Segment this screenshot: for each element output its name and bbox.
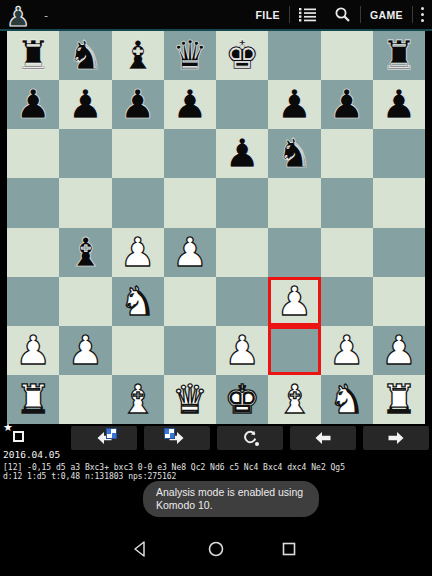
square-d2[interactable] (164, 326, 216, 375)
next-game-button[interactable] (144, 426, 210, 450)
black-king: ♚ (224, 31, 260, 80)
square-d7[interactable]: ♟ (164, 80, 216, 129)
square-h2[interactable]: ♟ (373, 326, 425, 375)
white-pawn: ♟ (224, 326, 260, 375)
refresh-dot (255, 442, 259, 446)
black-rook: ♜ (15, 31, 51, 80)
square-b6[interactable] (59, 129, 111, 178)
black-pawn: ♟ (67, 80, 103, 129)
square-b2[interactable]: ♟ (59, 326, 111, 375)
arrow-right-icon (387, 431, 405, 445)
black-pawn: ♟ (224, 129, 260, 178)
file-menu-button[interactable]: FILE (247, 0, 289, 29)
square-g4[interactable] (321, 228, 373, 277)
white-pawn: ♟ (67, 326, 103, 375)
square-g1[interactable]: ♞ (321, 375, 373, 424)
square-d6[interactable] (164, 129, 216, 178)
white-pawn: ♟ (120, 228, 156, 277)
black-knight: ♞ (67, 31, 103, 80)
move-toolbar (71, 426, 429, 450)
window-title: - (44, 9, 48, 21)
prev-game-button[interactable] (71, 426, 137, 450)
square-h4[interactable] (373, 228, 425, 277)
mini-board-icon (165, 429, 174, 438)
square-c8[interactable]: ♝ (112, 31, 164, 80)
white-pawn: ♟ (381, 326, 417, 375)
file-menu-label: FILE (256, 9, 280, 21)
overflow-dot (421, 13, 424, 16)
black-pawn: ♟ (329, 80, 365, 129)
square-b8[interactable]: ♞ (59, 31, 111, 80)
app-screen: ♟ - FILE GAME (0, 0, 432, 576)
square-h1[interactable]: ♜ (373, 375, 425, 424)
square-c1[interactable]: ♝ (112, 375, 164, 424)
square-f4[interactable] (268, 228, 320, 277)
white-knight: ♞ (120, 277, 156, 326)
square-h7[interactable]: ♟ (373, 80, 425, 129)
game-menu-button[interactable]: GAME (361, 0, 412, 29)
square-e5[interactable] (216, 178, 268, 227)
black-knight: ♞ (276, 129, 312, 178)
square-c7[interactable]: ♟ (112, 80, 164, 129)
action-bar: ♟ - FILE GAME (0, 0, 432, 29)
black-pawn: ♟ (15, 80, 51, 129)
square-h6[interactable] (373, 129, 425, 178)
black-bishop: ♝ (67, 228, 103, 277)
move-list-button[interactable] (290, 0, 325, 29)
square-a4[interactable] (7, 228, 59, 277)
square-b3[interactable] (59, 277, 111, 326)
search-icon (334, 6, 351, 23)
square-f8[interactable] (268, 31, 320, 80)
square-d3[interactable] (164, 277, 216, 326)
square-a7[interactable]: ♟ (7, 80, 59, 129)
chess-board: ♜♞♝♛♚♜♟♟♟♟♟♟♟♟♞♝♟♟♞♟♟♟♟♟♟♜♝♛♚♝♞♜ (7, 31, 425, 424)
engine-stats-line: d:12 1:d5 t:0,48 n:131803 nps:275162 (3, 472, 431, 481)
square-a1[interactable]: ♜ (7, 375, 59, 424)
white-pawn: ♟ (329, 326, 365, 375)
square-b5[interactable] (59, 178, 111, 227)
square-a3[interactable] (7, 277, 59, 326)
square-f6[interactable]: ♞ (268, 129, 320, 178)
square-c6[interactable] (112, 129, 164, 178)
arrow-left-icon (314, 431, 332, 445)
white-pawn: ♟ (172, 228, 208, 277)
square-d4[interactable]: ♟ (164, 228, 216, 277)
square-b1[interactable] (59, 375, 111, 424)
square-g2[interactable]: ♟ (321, 326, 373, 375)
square-e3[interactable] (216, 277, 268, 326)
white-pawn: ♟ (15, 326, 51, 375)
square-f1[interactable]: ♝ (268, 375, 320, 424)
square-c4[interactable]: ♟ (112, 228, 164, 277)
square-h3[interactable] (373, 277, 425, 326)
square-e4[interactable] (216, 228, 268, 277)
square-g6[interactable] (321, 129, 373, 178)
square-a6[interactable] (7, 129, 59, 178)
android-recents-button[interactable] (280, 540, 298, 558)
android-back-button[interactable] (131, 540, 149, 558)
square-g3[interactable] (321, 277, 373, 326)
android-nav-bar (0, 532, 432, 576)
search-button[interactable] (325, 0, 360, 29)
app-pawn-logo-icon: ♟ (6, 3, 30, 30)
square-g8[interactable] (321, 31, 373, 80)
forward-move-button[interactable] (363, 426, 429, 450)
white-rook: ♜ (381, 375, 417, 424)
white-rook: ♜ (15, 375, 51, 424)
black-pawn: ♟ (381, 80, 417, 129)
white-bishop: ♝ (276, 375, 312, 424)
square-a2[interactable]: ♟ (7, 326, 59, 375)
square-f7[interactable]: ♟ (268, 80, 320, 129)
white-bishop: ♝ (120, 375, 156, 424)
square-c3[interactable]: ♞ (112, 277, 164, 326)
square-f5[interactable] (268, 178, 320, 227)
black-pawn: ♟ (276, 80, 312, 129)
square-e2[interactable]: ♟ (216, 326, 268, 375)
android-home-button[interactable] (207, 540, 225, 558)
square-d5[interactable] (164, 178, 216, 227)
toast-line2: Komodo 10. (156, 499, 306, 512)
black-rook: ♜ (381, 31, 417, 80)
square-b7[interactable]: ♟ (59, 80, 111, 129)
favorite-checkbox[interactable] (13, 431, 24, 442)
square-f3[interactable]: ♟ (268, 277, 320, 326)
engine-pv-line: [12] -0,15 d5 a3 Bxc3+ bxc3 0-0 e3 Ne8 Q… (3, 463, 431, 472)
square-b4[interactable]: ♝ (59, 228, 111, 277)
overflow-dot (421, 19, 424, 22)
square-e6[interactable]: ♟ (216, 129, 268, 178)
overflow-menu-button[interactable] (413, 7, 432, 22)
square-d1[interactable]: ♛ (164, 375, 216, 424)
square-g7[interactable]: ♟ (321, 80, 373, 129)
mini-board-icon (107, 429, 116, 438)
list-icon (299, 7, 316, 22)
square-h8[interactable]: ♜ (373, 31, 425, 80)
black-bishop: ♝ (120, 31, 156, 80)
square-d8[interactable]: ♛ (164, 31, 216, 80)
back-move-button[interactable] (290, 426, 356, 450)
toast-line1: Analysis mode is enabled using (156, 486, 306, 499)
black-pawn: ♟ (120, 80, 156, 129)
white-pawn: ♟ (276, 277, 312, 326)
square-f2[interactable] (268, 326, 320, 375)
square-c5[interactable] (112, 178, 164, 227)
square-e8[interactable]: ♚ (216, 31, 268, 80)
favorite-star-icon[interactable]: ★ (3, 421, 13, 434)
square-e7[interactable] (216, 80, 268, 129)
square-g5[interactable] (321, 178, 373, 227)
square-h5[interactable] (373, 178, 425, 227)
game-date: 2016.04.05 (3, 449, 60, 460)
analysis-refresh-button[interactable] (217, 426, 283, 450)
square-a8[interactable]: ♜ (7, 31, 59, 80)
game-menu-label: GAME (370, 9, 403, 21)
square-c2[interactable] (112, 326, 164, 375)
square-e1[interactable]: ♚ (216, 375, 268, 424)
white-king: ♚ (224, 375, 260, 424)
white-queen: ♛ (172, 375, 208, 424)
black-queen: ♛ (172, 31, 208, 80)
toast-message: Analysis mode is enabled using Komodo 10… (143, 481, 319, 517)
square-a5[interactable] (7, 178, 59, 227)
white-knight: ♞ (329, 375, 365, 424)
black-pawn: ♟ (172, 80, 208, 129)
overflow-dot (421, 7, 424, 10)
